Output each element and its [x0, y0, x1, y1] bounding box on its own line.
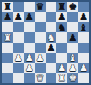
piece-white-rook: ♜: [3, 33, 12, 43]
square-e5[interactable]: ♞: [46, 32, 57, 42]
square-h7[interactable]: ♟: [78, 12, 89, 22]
square-b3[interactable]: ♟: [13, 53, 24, 63]
square-a1[interactable]: [2, 73, 13, 83]
square-d4[interactable]: [35, 43, 46, 53]
square-d2[interactable]: [35, 63, 46, 73]
square-d8[interactable]: ♛: [35, 2, 46, 12]
square-b1[interactable]: [13, 73, 24, 83]
square-b4[interactable]: [13, 43, 24, 53]
square-g4[interactable]: [67, 43, 78, 53]
piece-black-pawn: ♟: [14, 13, 23, 23]
square-g3[interactable]: ♝: [67, 53, 78, 63]
square-f1[interactable]: ♜: [56, 73, 67, 83]
square-c6[interactable]: [24, 22, 35, 32]
square-f2[interactable]: ♟: [56, 63, 67, 73]
piece-white-pawn: ♟: [68, 63, 77, 72]
piece-white-pawn: ♟: [79, 63, 88, 72]
square-e4[interactable]: ♟: [46, 43, 57, 53]
piece-black-rook: ♜: [3, 3, 12, 13]
square-d7[interactable]: [35, 12, 46, 22]
square-c2[interactable]: ♟: [24, 63, 35, 73]
square-c8[interactable]: [24, 2, 35, 12]
square-d3[interactable]: ♟: [35, 53, 46, 63]
piece-black-pawn: ♟: [79, 13, 88, 23]
square-e1[interactable]: [46, 73, 57, 83]
square-b5[interactable]: [13, 32, 24, 42]
square-c4[interactable]: [24, 43, 35, 53]
square-a8[interactable]: ♜: [2, 2, 13, 12]
square-d1[interactable]: ♛: [35, 73, 46, 83]
square-g6[interactable]: [67, 22, 78, 32]
square-d6[interactable]: [35, 22, 46, 32]
piece-black-pawn: ♟: [25, 13, 34, 23]
square-g1[interactable]: ♚: [67, 73, 78, 83]
piece-white-pawn: ♟: [25, 63, 34, 72]
square-a3[interactable]: [2, 53, 13, 63]
square-b6[interactable]: [13, 22, 24, 32]
square-e3[interactable]: [46, 53, 57, 63]
square-b2[interactable]: [13, 63, 24, 73]
chess-board: ♜♛♜♚♟♟♟♟♟♞♝♜♞♟♟♟♟♟♝♟♟♟♟♛♜♚: [2, 2, 89, 83]
piece-black-queen: ♛: [36, 3, 45, 13]
square-h3[interactable]: [78, 53, 89, 63]
board-frame: ♜♛♜♚♟♟♟♟♟♞♝♜♞♟♟♟♟♟♝♟♟♟♟♛♜♚: [0, 0, 91, 85]
square-h4[interactable]: [78, 43, 89, 53]
square-g7[interactable]: [67, 12, 78, 22]
piece-black-bishop: ♝: [79, 23, 88, 33]
square-h1[interactable]: [78, 73, 89, 83]
square-a7[interactable]: ♟: [2, 12, 13, 22]
square-c1[interactable]: [24, 73, 35, 83]
square-e6[interactable]: [46, 22, 57, 32]
square-h5[interactable]: [78, 32, 89, 42]
square-a5[interactable]: ♜: [2, 32, 13, 42]
piece-white-king: ♚: [68, 73, 77, 83]
piece-white-pawn: ♟: [25, 53, 34, 63]
square-h8[interactable]: [78, 2, 89, 12]
piece-white-pawn: ♟: [36, 53, 45, 63]
square-a2[interactable]: [2, 63, 13, 73]
square-f4[interactable]: [56, 43, 67, 53]
square-g8[interactable]: ♚: [67, 2, 78, 12]
piece-white-pawn: ♟: [14, 53, 23, 63]
piece-white-bishop: ♝: [68, 53, 77, 63]
square-f7[interactable]: ♟: [56, 12, 67, 22]
square-h6[interactable]: ♝: [78, 22, 89, 32]
square-h2[interactable]: ♟: [78, 63, 89, 73]
square-b8[interactable]: [13, 2, 24, 12]
square-f5[interactable]: [56, 32, 67, 42]
square-b7[interactable]: ♟: [13, 12, 24, 22]
piece-white-rook: ♜: [58, 73, 67, 83]
square-f8[interactable]: ♜: [56, 2, 67, 12]
square-e2[interactable]: [46, 63, 57, 73]
square-a6[interactable]: [2, 22, 13, 32]
square-f6[interactable]: ♞: [56, 22, 67, 32]
piece-white-pawn: ♟: [58, 63, 67, 72]
piece-white-queen: ♛: [36, 73, 45, 83]
piece-white-knight: ♞: [47, 33, 56, 43]
piece-black-pawn: ♟: [3, 13, 12, 23]
square-a4[interactable]: [2, 43, 13, 53]
square-g2[interactable]: ♟: [67, 63, 78, 73]
piece-black-pawn: ♟: [68, 33, 77, 43]
piece-black-pawn: ♟: [47, 43, 56, 53]
square-c3[interactable]: ♟: [24, 53, 35, 63]
piece-black-pawn: ♟: [58, 13, 67, 23]
square-c7[interactable]: ♟: [24, 12, 35, 22]
square-f3[interactable]: [56, 53, 67, 63]
piece-black-rook: ♜: [58, 3, 67, 13]
piece-black-knight: ♞: [58, 23, 67, 33]
square-e7[interactable]: [46, 12, 57, 22]
piece-black-king: ♚: [68, 3, 77, 13]
square-e8[interactable]: [46, 2, 57, 12]
square-d5[interactable]: [35, 32, 46, 42]
square-g5[interactable]: ♟: [67, 32, 78, 42]
square-c5[interactable]: [24, 32, 35, 42]
